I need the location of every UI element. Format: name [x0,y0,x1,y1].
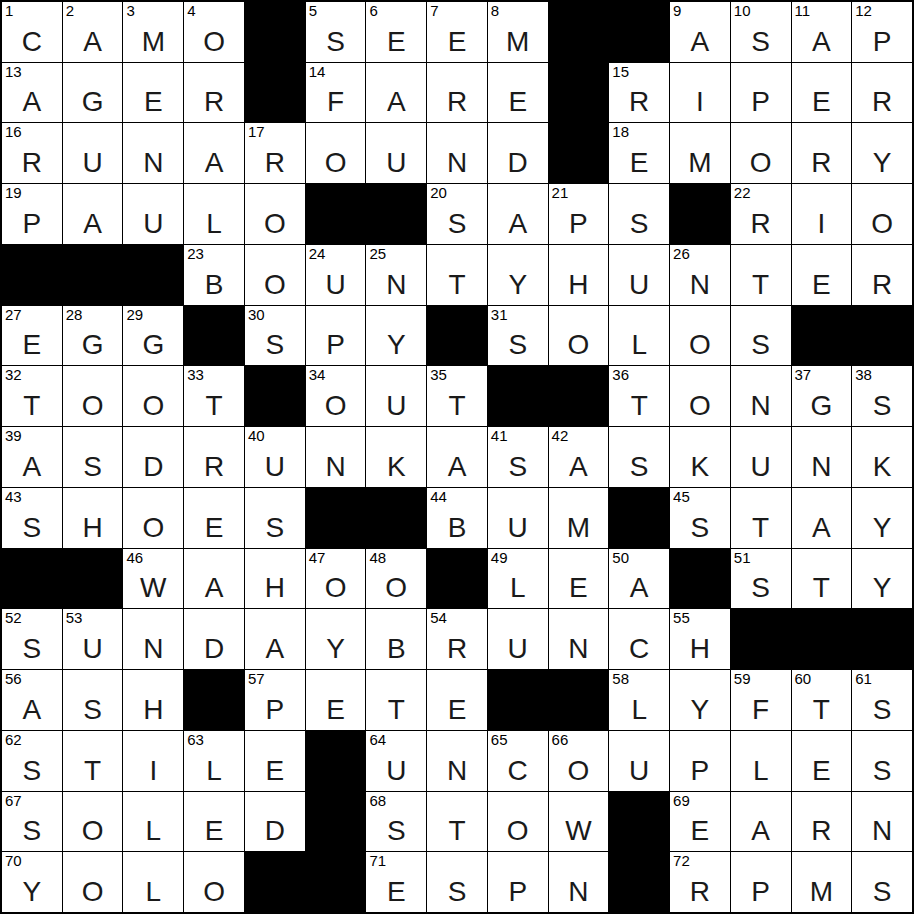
cell[interactable]: 26N [670,245,730,305]
cell[interactable]: S [609,427,669,487]
cell-letter: U [63,635,123,663]
cell[interactable]: E [427,670,487,730]
cell[interactable]: 8M [488,2,548,62]
cell-letter: T [731,514,791,542]
block-cell [609,852,669,912]
cell-letter: E [366,878,426,906]
clue-number: 58 [612,671,629,688]
cell[interactable]: Y [670,670,730,730]
clue-number: 62 [5,732,22,749]
cell[interactable]: U [366,366,426,426]
cell[interactable]: H [245,549,305,609]
clue-number: 51 [734,550,751,567]
cell-letter: R [184,88,244,116]
clue-number: 17 [248,124,265,141]
cell[interactable]: 18E [609,123,669,183]
cell[interactable]: N [549,852,609,912]
cell[interactable]: M [549,488,609,548]
block-cell [427,549,487,609]
cell-letter: S [488,331,548,359]
cell[interactable]: E [549,549,609,609]
cell[interactable]: O [63,852,123,912]
cell[interactable]: 56A [2,670,62,730]
block-cell [123,245,183,305]
clue-number: 42 [552,428,569,445]
cell-letter: O [670,331,730,359]
cell[interactable]: Y [366,306,426,366]
cell[interactable]: S [731,306,791,366]
cell[interactable]: O [306,123,366,183]
cell[interactable]: 63L [184,731,244,791]
cell[interactable]: H [63,488,123,548]
cell-letter: G [123,331,183,359]
cell[interactable]: Y [852,123,912,183]
cell[interactable]: K [852,427,912,487]
cell[interactable]: T [366,670,426,730]
cell[interactable]: 67S [2,792,62,852]
cell[interactable]: 64U [366,731,426,791]
cell-letter: U [488,514,548,542]
cell[interactable]: 31S [488,306,548,366]
crossword-board: 1C2A3M4O5S6E7E8M9A10S11A12P13AGER14FARE1… [0,0,914,914]
cell[interactable]: 27E [2,306,62,366]
cell-letter: R [852,271,912,299]
cell[interactable]: 3M [123,2,183,62]
block-cell [306,852,366,912]
cell[interactable]: 22R [731,184,791,244]
clue-number: 70 [5,853,22,870]
cell-letter: U [366,392,426,420]
cell[interactable]: T [731,488,791,548]
clue-number: 57 [248,671,265,688]
cell[interactable]: B [366,609,426,669]
cell-letter: K [366,453,426,481]
cell[interactable]: L [609,306,669,366]
cell[interactable]: E [184,792,244,852]
block-cell [2,245,62,305]
cell[interactable]: L [123,852,183,912]
cell[interactable]: N [852,792,912,852]
cell[interactable]: O [852,184,912,244]
block-cell [852,609,912,669]
cell[interactable]: P [306,306,366,366]
clue-number: 26 [673,246,690,263]
cell[interactable]: O [245,245,305,305]
cell[interactable]: T [63,731,123,791]
block-cell [609,2,669,62]
cell[interactable]: 39A [2,427,62,487]
cell-letter: D [488,149,548,177]
clue-number: 44 [430,489,447,506]
cell[interactable]: 7E [427,2,487,62]
cell[interactable]: P [731,63,791,123]
cell-letter: Y [852,514,912,542]
cell[interactable]: I [792,184,852,244]
cell[interactable]: 28G [63,306,123,366]
cell[interactable]: S [63,670,123,730]
cell[interactable]: U [366,123,426,183]
cell-letter: E [549,574,609,602]
cell-letter: H [549,271,609,299]
cell-letter: P [731,878,791,906]
cell[interactable]: O [63,366,123,426]
cell-letter: L [123,817,183,845]
cell-letter: I [792,210,852,238]
cell[interactable]: 4O [184,2,244,62]
cell[interactable]: N [123,609,183,669]
cell[interactable]: U [609,245,669,305]
cell[interactable]: N [792,427,852,487]
cell[interactable]: 49L [488,549,548,609]
cell[interactable]: 33T [184,366,244,426]
cell[interactable]: S [63,427,123,487]
block-cell [549,670,609,730]
cell[interactable]: 58L [609,670,669,730]
clue-number: 33 [187,367,204,384]
cell[interactable]: 1C [2,2,62,62]
cell[interactable]: E [488,63,548,123]
cell-letter: S [852,392,912,420]
cell-letter: L [123,878,183,906]
cell[interactable]: R [427,63,487,123]
cell[interactable]: 57P [245,670,305,730]
cell-letter: E [123,88,183,116]
cell[interactable]: A [184,549,244,609]
cell-letter: R [609,88,669,116]
cell[interactable]: D [488,123,548,183]
clue-number: 37 [795,367,812,384]
clue-number: 12 [855,3,872,20]
cell[interactable]: G [63,63,123,123]
cell[interactable]: U [63,123,123,183]
cell[interactable]: L [184,184,244,244]
cell-letter: A [488,210,548,238]
cell[interactable]: 51S [731,549,791,609]
cell-letter: O [670,392,730,420]
cell[interactable]: 70Y [2,852,62,912]
cell-letter: T [609,392,669,420]
cell[interactable]: 16R [2,123,62,183]
cell[interactable]: I [670,63,730,123]
cell[interactable]: R [852,63,912,123]
cell-letter: R [670,878,730,906]
cell[interactable]: M [670,123,730,183]
clue-number: 50 [612,550,629,567]
cell[interactable]: E [245,731,305,791]
block-cell [609,792,669,852]
cell[interactable]: N [123,123,183,183]
cell[interactable]: 35T [427,366,487,426]
cell[interactable]: O [63,792,123,852]
clue-number: 52 [5,610,22,627]
cell-letter: F [306,88,366,116]
clue-number: 72 [673,853,690,870]
cell[interactable]: 42A [549,427,609,487]
cell[interactable]: O [123,488,183,548]
cell[interactable]: 47O [306,549,366,609]
cell[interactable]: O [670,306,730,366]
cell[interactable]: U [731,427,791,487]
cell[interactable]: L [731,731,791,791]
block-cell [306,792,366,852]
cell[interactable]: A [427,427,487,487]
cell[interactable]: P [731,852,791,912]
cell[interactable]: 62S [2,731,62,791]
clue-number: 13 [5,64,22,81]
cell-letter: U [123,210,183,238]
cell-letter: E [2,331,62,359]
cell-letter: R [427,88,487,116]
cell-letter: E [184,817,244,845]
cell[interactable]: E [792,63,852,123]
cell[interactable]: 19P [2,184,62,244]
cell[interactable]: S [852,852,912,912]
cell[interactable]: O [123,366,183,426]
cell[interactable]: R [792,792,852,852]
cell[interactable]: 69E [670,792,730,852]
cell[interactable]: 2A [63,2,123,62]
cell-letter: O [184,28,244,56]
cell[interactable]: A [184,123,244,183]
cell-letter: R [792,817,852,845]
clue-number: 8 [491,3,499,20]
cell-letter: L [609,331,669,359]
cell[interactable]: A [63,184,123,244]
cell-letter: E [488,88,548,116]
cell[interactable]: N [306,427,366,487]
cell[interactable]: S [609,184,669,244]
cell[interactable]: S [852,731,912,791]
clue-number: 41 [491,428,508,445]
cell[interactable]: 40U [245,427,305,487]
clue-number: 32 [5,367,22,384]
cell[interactable]: U [609,731,669,791]
clue-number: 63 [187,732,204,749]
cell[interactable]: 53U [63,609,123,669]
cell[interactable]: Y [852,488,912,548]
cell[interactable]: N [731,366,791,426]
cell[interactable]: A [366,63,426,123]
cell[interactable]: 6E [366,2,426,62]
cell[interactable]: O [184,852,244,912]
cell[interactable]: T [427,245,487,305]
block-cell [488,670,548,730]
cell[interactable]: 12P [852,2,912,62]
cell[interactable]: E [306,670,366,730]
cell[interactable]: 43S [2,488,62,548]
cell[interactable]: 46W [123,549,183,609]
clue-number: 55 [673,610,690,627]
cell-letter: L [184,757,244,785]
block-cell [306,184,366,244]
clue-number: 68 [369,793,386,810]
clue-number: 46 [126,550,143,567]
cell-letter: T [366,696,426,724]
cell[interactable]: U [488,488,548,548]
cell[interactable]: O [731,123,791,183]
cell-letter: M [488,28,548,56]
cell[interactable]: 72R [670,852,730,912]
cell[interactable]: K [670,427,730,487]
clue-number: 34 [309,367,326,384]
cell[interactable]: O [245,184,305,244]
cell[interactable]: 34O [306,366,366,426]
cell-letter: U [366,149,426,177]
cell[interactable]: N [427,123,487,183]
cell-letter: A [63,210,123,238]
cell-letter: S [245,514,305,542]
cell[interactable]: 21P [549,184,609,244]
cell-letter: A [427,453,487,481]
cell[interactable]: E [792,245,852,305]
cell[interactable]: P [488,852,548,912]
cell[interactable]: A [488,184,548,244]
cell-letter: S [2,635,62,663]
cell[interactable]: S [427,852,487,912]
cell-letter: U [609,271,669,299]
cell[interactable]: D [184,609,244,669]
cell[interactable]: 61S [852,670,912,730]
cell[interactable]: 54R [427,609,487,669]
cell-letter: O [488,817,548,845]
cell-letter: A [63,28,123,56]
cell-letter: D [123,453,183,481]
cell[interactable]: 10S [731,2,791,62]
cell[interactable]: U [488,609,548,669]
cell-letter: N [427,757,487,785]
cell-letter: M [549,514,609,542]
cell[interactable]: T [427,792,487,852]
cell[interactable]: 55H [670,609,730,669]
block-cell [245,366,305,426]
cell[interactable]: L [123,792,183,852]
cell[interactable]: 32T [2,366,62,426]
cell[interactable]: M [792,852,852,912]
cell[interactable]: 66O [549,731,609,791]
cell[interactable]: 5S [306,2,366,62]
cell-letter: P [731,88,791,116]
cell-letter: U [63,149,123,177]
cell[interactable]: 45S [670,488,730,548]
cell-letter: S [731,331,791,359]
cell[interactable]: O [549,306,609,366]
cell[interactable]: R [852,245,912,305]
cell[interactable]: R [184,63,244,123]
cell-letter: S [670,514,730,542]
cell[interactable]: 24U [306,245,366,305]
cell[interactable]: Y [488,245,548,305]
cell-letter: E [792,88,852,116]
cell[interactable]: 14F [306,63,366,123]
cell[interactable]: 20S [427,184,487,244]
cell[interactable]: 11A [792,2,852,62]
cell[interactable]: N [427,731,487,791]
cell[interactable]: R [792,123,852,183]
cell-letter: E [306,696,366,724]
cell[interactable]: Y [852,549,912,609]
cell[interactable]: C [609,609,669,669]
cell[interactable]: 44B [427,488,487,548]
cell[interactable]: D [245,792,305,852]
cell[interactable]: R [184,427,244,487]
cell-letter: P [488,878,548,906]
cell[interactable]: D [123,427,183,487]
cell[interactable]: I [123,731,183,791]
cell[interactable]: 15R [609,63,669,123]
cell[interactable]: U [123,184,183,244]
cell[interactable]: 65C [488,731,548,791]
cell[interactable]: 71E [366,852,426,912]
cell[interactable]: E [184,488,244,548]
clue-number: 38 [855,367,872,384]
cell[interactable]: N [549,609,609,669]
cell[interactable]: 38S [852,366,912,426]
cell[interactable]: T [731,245,791,305]
clue-number: 7 [430,3,438,20]
block-cell [245,2,305,62]
cell-letter: I [123,757,183,785]
cell-letter: O [549,331,609,359]
cell-letter: R [245,149,305,177]
cell[interactable]: 9A [670,2,730,62]
cell-letter: P [852,28,912,56]
cell[interactable]: E [792,731,852,791]
cell[interactable]: S [245,488,305,548]
cell-letter: S [731,28,791,56]
cell[interactable]: 68S [366,792,426,852]
cell[interactable]: 50A [609,549,669,609]
cell[interactable]: A [731,792,791,852]
cell-letter: A [184,574,244,602]
cell-letter: O [63,878,123,906]
cell[interactable]: H [123,670,183,730]
cell[interactable]: 36T [609,366,669,426]
cell[interactable]: Y [306,609,366,669]
cell[interactable]: P [670,731,730,791]
cell[interactable]: A [245,609,305,669]
cell-letter: Y [488,271,548,299]
cell[interactable]: K [366,427,426,487]
cell-letter: O [306,392,366,420]
cell[interactable]: 52S [2,609,62,669]
cell[interactable]: 59F [731,670,791,730]
cell-letter: M [792,878,852,906]
cell[interactable]: O [488,792,548,852]
cell-letter: A [2,696,62,724]
cell-letter: S [2,757,62,785]
cell[interactable]: 48O [366,549,426,609]
cell[interactable]: 41S [488,427,548,487]
cell[interactable]: 30S [245,306,305,366]
cell[interactable]: E [123,63,183,123]
cell[interactable]: 37G [792,366,852,426]
cell[interactable]: 13A [2,63,62,123]
cell[interactable]: W [549,792,609,852]
cell[interactable]: H [549,245,609,305]
cell[interactable]: 29G [123,306,183,366]
cell-letter: O [184,878,244,906]
cell[interactable]: T [792,549,852,609]
cell-letter: Y [366,331,426,359]
cell[interactable]: A [792,488,852,548]
cell-letter: R [184,453,244,481]
cell[interactable]: 60T [792,670,852,730]
cell[interactable]: O [670,366,730,426]
cell[interactable]: 23B [184,245,244,305]
cell[interactable]: 25N [366,245,426,305]
cell-letter: L [731,757,791,785]
cell[interactable]: 17R [245,123,305,183]
